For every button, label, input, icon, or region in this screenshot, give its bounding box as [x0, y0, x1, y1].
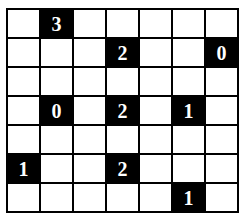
cell-r2c6[interactable]	[173, 39, 204, 66]
cell-r2c5[interactable]	[140, 39, 171, 66]
clue-cell-r6c1: 1	[8, 155, 39, 182]
cell-r4c3[interactable]	[74, 97, 105, 124]
cell-r6c6[interactable]	[173, 155, 204, 182]
cell-r3c7[interactable]	[206, 68, 237, 95]
clue-cell-r4c4: 2	[107, 97, 138, 124]
cell-r1c7[interactable]	[206, 10, 237, 37]
cell-r1c1[interactable]	[8, 10, 39, 37]
cell-r6c5[interactable]	[140, 155, 171, 182]
cell-r5c1[interactable]	[8, 126, 39, 153]
cell-r2c2[interactable]	[41, 39, 72, 66]
cell-r1c4[interactable]	[107, 10, 138, 37]
cell-r3c4[interactable]	[107, 68, 138, 95]
cell-r7c7[interactable]	[206, 184, 237, 211]
cell-r2c3[interactable]	[74, 39, 105, 66]
cell-r1c6[interactable]	[173, 10, 204, 37]
cell-r7c4[interactable]	[107, 184, 138, 211]
cell-r1c3[interactable]	[74, 10, 105, 37]
cell-r5c5[interactable]	[140, 126, 171, 153]
cell-r4c5[interactable]	[140, 97, 171, 124]
clue-cell-r1c2: 3	[41, 10, 72, 37]
board-wrapper: 320021121	[0, 0, 245, 219]
cell-r6c3[interactable]	[74, 155, 105, 182]
cell-r5c7[interactable]	[206, 126, 237, 153]
cell-r3c6[interactable]	[173, 68, 204, 95]
clue-cell-r2c4: 2	[107, 39, 138, 66]
cell-r5c6[interactable]	[173, 126, 204, 153]
cell-r4c1[interactable]	[8, 97, 39, 124]
clue-cell-r7c6: 1	[173, 184, 204, 211]
cell-r3c5[interactable]	[140, 68, 171, 95]
cell-r4c7[interactable]	[206, 97, 237, 124]
cell-r5c2[interactable]	[41, 126, 72, 153]
clue-cell-r6c4: 2	[107, 155, 138, 182]
cell-r7c1[interactable]	[8, 184, 39, 211]
cell-r3c2[interactable]	[41, 68, 72, 95]
cell-r7c3[interactable]	[74, 184, 105, 211]
cell-r1c5[interactable]	[140, 10, 171, 37]
cell-r7c5[interactable]	[140, 184, 171, 211]
cell-r3c1[interactable]	[8, 68, 39, 95]
cell-r3c3[interactable]	[74, 68, 105, 95]
cell-r5c4[interactable]	[107, 126, 138, 153]
cell-r6c7[interactable]	[206, 155, 237, 182]
cell-r5c3[interactable]	[74, 126, 105, 153]
clue-cell-r4c2: 0	[41, 97, 72, 124]
clue-cell-r2c7: 0	[206, 39, 237, 66]
cell-r6c2[interactable]	[41, 155, 72, 182]
akari-board: 320021121	[6, 8, 239, 213]
cell-r2c1[interactable]	[8, 39, 39, 66]
clue-cell-r4c6: 1	[173, 97, 204, 124]
cell-r7c2[interactable]	[41, 184, 72, 211]
